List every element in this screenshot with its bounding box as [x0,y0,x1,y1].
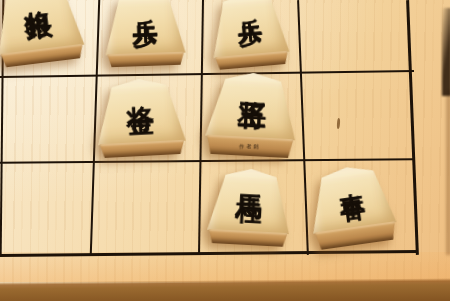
piece-kanji: 歩兵 [131,0,156,1]
board-right-edge-shade [446,90,450,255]
piece-gold-general[interactable]: 金将 [95,77,187,159]
piece-pawn-1[interactable]: 歩兵 [103,0,186,67]
grid-border-bottom [0,250,418,257]
piece-kanji: 歩兵 [235,1,259,3]
grid-hline-1 [0,70,414,78]
piece-knight[interactable]: 桂馬 [206,167,292,247]
piece-kanji: 香車 [335,174,360,177]
piece-pawn-2[interactable]: 歩兵 [208,0,290,70]
piece-face: 歩兵 [208,0,289,58]
grid-border-right [406,0,419,255]
grid-vline-3 [198,0,204,255]
piece-kanji: 桂馬 [238,177,264,178]
wood-knot [337,118,341,129]
piece-silver-general[interactable]: 銀将 [0,0,86,68]
piece-kanji: 王将 [239,80,267,81]
piece-face: 王将 [205,71,298,141]
maker-signature: 作者銘 [239,142,261,150]
piece-lance[interactable]: 香車 [305,162,399,251]
grid-vline-4 [297,0,309,255]
piece-king[interactable]: 王将 作者銘 [204,71,298,159]
piece-face: 金将 [95,77,186,146]
piece-face: 桂馬 [207,167,292,234]
shogi-board-photo: 銀将 歩兵 歩兵 金将 王将 作者銘 桂馬 [0,0,450,301]
board-margin-shading [0,252,450,282]
board-front-edge [0,278,450,301]
piece-kanji: 金将 [126,87,153,88]
piece-face: 歩兵 [103,0,185,55]
background-gap [442,8,450,96]
piece-face: 香車 [305,162,397,234]
grid-hline-2 [0,158,414,164]
